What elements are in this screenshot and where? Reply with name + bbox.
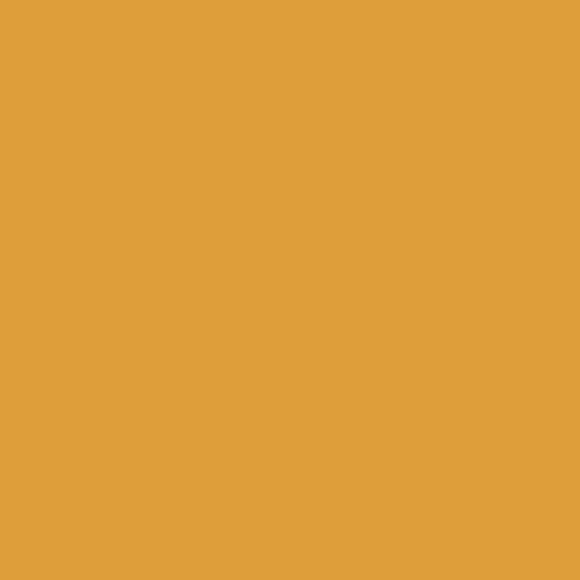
go-board-screen (0, 0, 580, 580)
board-intersections (22, 22, 554, 554)
